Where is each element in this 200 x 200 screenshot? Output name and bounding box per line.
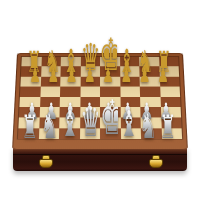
piece-gold-pawn[interactable]: ♟ <box>63 66 81 86</box>
square-d5[interactable] <box>80 87 100 97</box>
piece-gold-pawn[interactable]: ♟ <box>44 66 62 86</box>
piece-silver-bishop[interactable]: ♝ <box>120 107 138 143</box>
gold-pawn-rank: ♟♟♟♟♟♟♟♟ <box>26 72 172 85</box>
square-c5[interactable] <box>60 87 80 97</box>
piece-silver-knight[interactable]: ♞ <box>139 109 157 143</box>
silver-back-rank: ♜♞♝♛♚♝♞♜ <box>21 115 177 143</box>
piece-silver-knight[interactable]: ♞ <box>41 109 59 143</box>
piece-silver-king[interactable]: ♚ <box>100 95 118 143</box>
piece-gold-pawn[interactable]: ♟ <box>136 66 154 86</box>
piece-silver-queen[interactable]: ♛ <box>80 102 98 143</box>
brass-clasp-left[interactable] <box>38 155 54 170</box>
piece-gold-pawn[interactable]: ♟ <box>81 66 99 86</box>
piece-silver-bishop[interactable]: ♝ <box>60 107 78 143</box>
piece-gold-pawn[interactable]: ♟ <box>26 66 44 86</box>
square-g5[interactable] <box>140 87 160 97</box>
clasp-plate <box>39 159 53 168</box>
brass-clasp-right[interactable] <box>148 155 164 170</box>
piece-gold-pawn[interactable]: ♟ <box>117 66 135 86</box>
square-b5[interactable] <box>40 87 60 97</box>
square-h5[interactable] <box>160 87 180 97</box>
piece-silver-rook[interactable]: ♜ <box>159 111 177 143</box>
piece-gold-pawn[interactable]: ♟ <box>99 66 117 86</box>
piece-silver-rook[interactable]: ♜ <box>21 111 39 143</box>
piece-gold-pawn[interactable]: ♟ <box>154 66 172 86</box>
clasp-plate <box>149 159 163 168</box>
chess-set-photo: ♜♞♝♛♚♝♞♜ ♟♟♟♟♟♟♟♟ ♟♟♟♟♟♟♟♟ ♜♞♝♛♚♝♞♜ <box>0 0 200 200</box>
square-a5[interactable] <box>20 87 40 97</box>
